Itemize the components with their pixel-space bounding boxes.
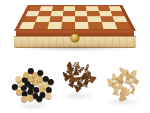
board-square (61, 22, 75, 29)
checker-disc-tan: ● (45, 92, 52, 100)
pile-light-chess-pieces: ♞♟♜♟♝♞♟♚♟♛♜♟♝♟♞♟ (102, 61, 145, 104)
checker-disc-black: ● (36, 95, 43, 103)
chess-board (14, 5, 136, 31)
checker-disc-black: ● (28, 67, 35, 75)
brass-clasp-icon (71, 34, 79, 42)
board-square (47, 22, 62, 29)
product-photo-chess-set: ●●●●●●●●●●●●●●●●●●●●●●●●●●●●●● ♞♟♜♟♝♞♟♚♟… (0, 0, 150, 113)
pile-dark-chess-pieces: ♞♟♜♟♝♞♟♚♟♛♜♟♝♟♞♟ (58, 54, 98, 98)
checker-disc-black: ● (37, 69, 44, 77)
board-grid (19, 6, 131, 28)
checker-disc-black: ● (48, 78, 55, 86)
pile-checkers-discs: ●●●●●●●●●●●●●●●●●●●●●●●●●●●●●● (12, 64, 56, 108)
checker-disc-tan: ● (21, 95, 28, 103)
board-square (75, 22, 89, 29)
checker-disc-tan: ● (27, 94, 34, 102)
board-square (114, 22, 130, 29)
folding-chess-box (14, 2, 136, 50)
pile-shadow (16, 102, 53, 110)
checker-disc-black: ● (12, 83, 19, 91)
box-shadow (17, 46, 133, 51)
